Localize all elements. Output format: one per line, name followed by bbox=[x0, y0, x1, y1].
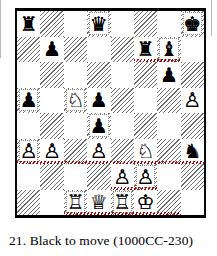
square-b8 bbox=[40, 11, 63, 37]
square-b7: ♟ bbox=[40, 37, 63, 63]
square-e4 bbox=[111, 113, 134, 139]
black-pawn-icon: ♟ bbox=[17, 88, 40, 114]
black-pawn-icon: ♟ bbox=[87, 113, 110, 139]
square-c7 bbox=[64, 37, 87, 63]
white-knight-icon: ♘ bbox=[64, 88, 87, 114]
black-queen-icon: ♛ bbox=[87, 11, 110, 37]
image-frame-edge-right bbox=[211, 0, 212, 36]
spellcheck-squiggle bbox=[134, 59, 181, 62]
square-a8: ♜ bbox=[17, 11, 40, 37]
square-d7 bbox=[87, 37, 110, 63]
square-d5: ♟ bbox=[87, 88, 110, 114]
square-a1 bbox=[17, 190, 40, 216]
square-a2 bbox=[17, 164, 40, 190]
diagram-caption: 21. Black to move (1000CC-230) bbox=[9, 233, 193, 249]
square-a5: ♟ bbox=[17, 88, 40, 114]
chess-board: ♜♛♚♟♜♝♟♟♘♟♙♟♙♙♙♘♞♙♙♖♕♖♔ bbox=[15, 8, 206, 218]
square-e5 bbox=[111, 88, 134, 114]
square-b5 bbox=[40, 88, 63, 114]
black-pawn-icon: ♟ bbox=[87, 88, 110, 114]
square-h8: ♚ bbox=[181, 11, 204, 37]
square-g6: ♟ bbox=[157, 62, 180, 88]
black-king-icon: ♚ bbox=[181, 11, 204, 37]
square-e7 bbox=[111, 37, 134, 63]
square-g8 bbox=[157, 11, 180, 37]
black-pawn-icon: ♟ bbox=[40, 37, 63, 63]
square-h2 bbox=[181, 164, 204, 190]
square-f6 bbox=[134, 62, 157, 88]
square-c2 bbox=[64, 164, 87, 190]
square-a7 bbox=[17, 37, 40, 63]
spellcheck-squiggle bbox=[17, 161, 204, 164]
square-d4: ♟ bbox=[87, 113, 110, 139]
square-g2 bbox=[157, 164, 180, 190]
black-pawn-icon: ♟ bbox=[157, 62, 180, 88]
spellcheck-squiggle bbox=[64, 212, 181, 215]
square-d8: ♛ bbox=[87, 11, 110, 37]
square-a4 bbox=[17, 113, 40, 139]
square-f4 bbox=[134, 113, 157, 139]
square-g5 bbox=[157, 88, 180, 114]
black-rook-icon: ♜ bbox=[17, 11, 40, 37]
square-h1 bbox=[181, 190, 204, 216]
square-f8 bbox=[134, 11, 157, 37]
square-h6 bbox=[181, 62, 204, 88]
square-e6 bbox=[111, 62, 134, 88]
square-c4 bbox=[64, 113, 87, 139]
square-b2 bbox=[40, 164, 63, 190]
square-g4 bbox=[157, 113, 180, 139]
square-d2 bbox=[87, 164, 110, 190]
square-f5 bbox=[134, 88, 157, 114]
image-frame-edge-left bbox=[0, 0, 1, 58]
spellcheck-squiggle bbox=[111, 187, 158, 190]
square-e8 bbox=[111, 11, 134, 37]
square-c5: ♘ bbox=[64, 88, 87, 114]
square-b6 bbox=[40, 62, 63, 88]
square-c6 bbox=[64, 62, 87, 88]
square-a6 bbox=[17, 62, 40, 88]
square-d6 bbox=[87, 62, 110, 88]
square-h5: ♙ bbox=[181, 88, 204, 114]
square-h4 bbox=[181, 113, 204, 139]
square-c8 bbox=[64, 11, 87, 37]
square-h7 bbox=[181, 37, 204, 63]
board-grid: ♜♛♚♟♜♝♟♟♘♟♙♟♙♙♙♘♞♙♙♖♕♖♔ bbox=[17, 11, 204, 215]
square-b1 bbox=[40, 190, 63, 216]
white-pawn-icon: ♙ bbox=[181, 88, 204, 114]
square-b4 bbox=[40, 113, 63, 139]
chess-diagram-image: ♜♛♚♟♜♝♟♟♘♟♙♟♙♙♙♘♞♙♙♖♕♖♔ 21. Black to mov… bbox=[0, 0, 217, 256]
